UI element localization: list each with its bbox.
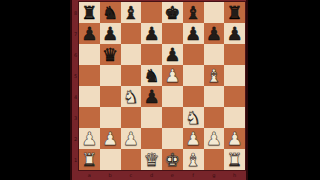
piece-black-pawn: ♟	[144, 88, 160, 106]
chess-board: ♜♞♝♚♝♜♟♟♟♟♟♟♛♟♞♟♝♞♟♞♟♟♟♟♟♟♜♛♚♝♜	[79, 2, 245, 170]
square-e1[interactable]: ♚	[162, 149, 183, 170]
square-a3[interactable]	[79, 107, 100, 128]
square-g1[interactable]	[204, 149, 225, 170]
rank-labels: 87654321	[72, 2, 79, 170]
square-d2[interactable]	[141, 128, 162, 149]
square-a6[interactable]	[79, 44, 100, 65]
piece-white-pawn: ♟	[206, 130, 222, 148]
rank-label-7: 7	[72, 23, 79, 44]
square-b2[interactable]: ♟	[100, 128, 121, 149]
piece-black-pawn: ♟	[164, 46, 180, 64]
piece-black-pawn: ♟	[144, 25, 160, 43]
square-a1[interactable]: ♜	[79, 149, 100, 170]
square-g5[interactable]: ♝	[204, 65, 225, 86]
square-c6[interactable]	[121, 44, 142, 65]
square-c8[interactable]: ♝	[121, 2, 142, 23]
square-c4[interactable]: ♞	[121, 86, 142, 107]
square-d7[interactable]: ♟	[141, 23, 162, 44]
square-c7[interactable]	[121, 23, 142, 44]
square-b7[interactable]: ♟	[100, 23, 121, 44]
square-h3[interactable]	[224, 107, 245, 128]
piece-white-knight: ♞	[185, 109, 201, 127]
file-label-f: f	[183, 171, 204, 179]
piece-black-pawn: ♟	[206, 25, 222, 43]
square-f1[interactable]: ♝	[183, 149, 204, 170]
rank-label-6: 6	[72, 44, 79, 65]
piece-white-pawn: ♟	[81, 130, 97, 148]
piece-white-pawn: ♟	[227, 130, 243, 148]
square-c1[interactable]	[121, 149, 142, 170]
piece-black-pawn: ♟	[102, 25, 118, 43]
square-c2[interactable]: ♟	[121, 128, 142, 149]
square-g3[interactable]	[204, 107, 225, 128]
square-c3[interactable]	[121, 107, 142, 128]
thumbnail-stage: 87654321 abcdefgh ♜♞♝♚♝♜♟♟♟♟♟♟♛♟♞♟♝♞♟♞♟♟…	[0, 0, 320, 180]
square-h1[interactable]: ♜	[224, 149, 245, 170]
square-e7[interactable]	[162, 23, 183, 44]
square-a4[interactable]	[79, 86, 100, 107]
piece-black-bishop: ♝	[123, 4, 139, 22]
file-label-b: b	[100, 171, 121, 179]
file-label-g: g	[204, 171, 225, 179]
square-d8[interactable]	[141, 2, 162, 23]
square-e5[interactable]: ♟	[162, 65, 183, 86]
square-f7[interactable]: ♟	[183, 23, 204, 44]
square-b4[interactable]	[100, 86, 121, 107]
square-f5[interactable]	[183, 65, 204, 86]
piece-white-rook: ♜	[227, 151, 243, 169]
square-f8[interactable]: ♝	[183, 2, 204, 23]
square-e4[interactable]	[162, 86, 183, 107]
file-label-e: e	[162, 171, 183, 179]
square-c5[interactable]	[121, 65, 142, 86]
piece-black-rook: ♜	[227, 4, 243, 22]
piece-black-rook: ♜	[81, 4, 97, 22]
piece-white-king: ♚	[164, 151, 180, 169]
square-g6[interactable]	[204, 44, 225, 65]
square-a8[interactable]: ♜	[79, 2, 100, 23]
square-h5[interactable]	[224, 65, 245, 86]
square-g7[interactable]: ♟	[204, 23, 225, 44]
piece-white-queen: ♛	[144, 151, 160, 169]
square-a2[interactable]: ♟	[79, 128, 100, 149]
square-b3[interactable]	[100, 107, 121, 128]
piece-black-queen: ♛	[102, 46, 118, 64]
piece-black-pawn: ♟	[81, 25, 97, 43]
square-f6[interactable]	[183, 44, 204, 65]
square-h8[interactable]: ♜	[224, 2, 245, 23]
square-e2[interactable]	[162, 128, 183, 149]
square-d6[interactable]	[141, 44, 162, 65]
piece-black-knight: ♞	[102, 4, 118, 22]
file-labels: abcdefgh	[79, 171, 245, 179]
chess-board-frame: 87654321 abcdefgh ♜♞♝♚♝♜♟♟♟♟♟♟♛♟♞♟♝♞♟♞♟♟…	[70, 0, 248, 180]
square-d4[interactable]: ♟	[141, 86, 162, 107]
square-b8[interactable]: ♞	[100, 2, 121, 23]
piece-white-knight: ♞	[123, 88, 139, 106]
rank-label-3: 3	[72, 107, 79, 128]
square-h4[interactable]	[224, 86, 245, 107]
square-a7[interactable]: ♟	[79, 23, 100, 44]
square-b5[interactable]	[100, 65, 121, 86]
piece-white-pawn: ♟	[102, 130, 118, 148]
file-label-d: d	[141, 171, 162, 179]
square-g2[interactable]: ♟	[204, 128, 225, 149]
square-b6[interactable]: ♛	[100, 44, 121, 65]
square-h6[interactable]	[224, 44, 245, 65]
file-label-c: c	[121, 171, 142, 179]
file-label-a: a	[79, 171, 100, 179]
square-e6[interactable]: ♟	[162, 44, 183, 65]
square-f4[interactable]	[183, 86, 204, 107]
square-e8[interactable]: ♚	[162, 2, 183, 23]
square-h2[interactable]: ♟	[224, 128, 245, 149]
piece-black-bishop: ♝	[185, 4, 201, 22]
piece-black-king: ♚	[164, 4, 180, 22]
piece-white-rook: ♜	[81, 151, 97, 169]
square-g4[interactable]	[204, 86, 225, 107]
piece-black-pawn: ♟	[227, 25, 243, 43]
piece-white-bishop: ♝	[206, 67, 222, 85]
piece-black-knight: ♞	[144, 67, 160, 85]
piece-white-bishop: ♝	[185, 151, 201, 169]
square-f2[interactable]: ♟	[183, 128, 204, 149]
square-g8[interactable]	[204, 2, 225, 23]
square-a5[interactable]	[79, 65, 100, 86]
square-e3[interactable]	[162, 107, 183, 128]
square-d3[interactable]	[141, 107, 162, 128]
square-b1[interactable]	[100, 149, 121, 170]
file-label-h: h	[224, 171, 245, 179]
rank-label-4: 4	[72, 86, 79, 107]
rank-label-1: 1	[72, 149, 79, 170]
rank-label-5: 5	[72, 65, 79, 86]
piece-black-pawn: ♟	[185, 25, 201, 43]
square-d5[interactable]: ♞	[141, 65, 162, 86]
piece-white-pawn: ♟	[164, 67, 180, 85]
square-h7[interactable]: ♟	[224, 23, 245, 44]
piece-white-pawn: ♟	[185, 130, 201, 148]
square-d1[interactable]: ♛	[141, 149, 162, 170]
rank-label-8: 8	[72, 2, 79, 23]
piece-white-pawn: ♟	[123, 130, 139, 148]
rank-label-2: 2	[72, 128, 79, 149]
square-f3[interactable]: ♞	[183, 107, 204, 128]
